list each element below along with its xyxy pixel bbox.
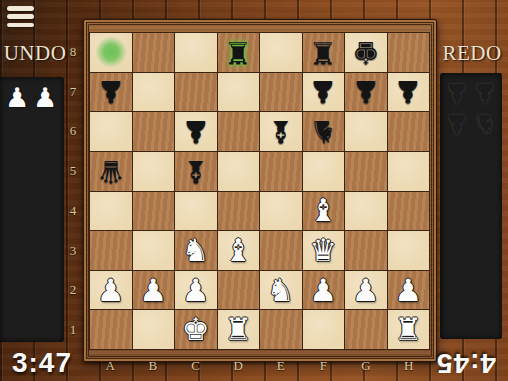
square-e6[interactable]: ♝ (260, 112, 302, 151)
square-g1[interactable] (345, 310, 387, 349)
square-a1[interactable] (90, 310, 132, 349)
square-h1[interactable]: ♜ (388, 310, 430, 349)
square-d4[interactable] (218, 192, 260, 231)
square-b2[interactable]: ♟ (133, 271, 175, 310)
piece-white-pawn-h2[interactable]: ♟ (394, 275, 422, 306)
square-d5[interactable] (218, 152, 260, 191)
square-g4[interactable] (345, 192, 387, 231)
rank-label-6: 6 (64, 112, 82, 152)
square-g7[interactable]: ♟ (345, 73, 387, 112)
square-b5[interactable] (133, 152, 175, 191)
piece-white-knight-c3[interactable]: ♞ (182, 235, 210, 266)
rank-label-4: 4 (64, 191, 82, 231)
rank-labels: 87654321 (64, 32, 82, 350)
piece-white-rook-h1[interactable]: ♜ (394, 314, 422, 345)
square-f8[interactable]: ♜ (303, 33, 345, 72)
piece-black-pawn-a7[interactable]: ♟ (97, 76, 125, 107)
redo-button[interactable]: REDO (437, 41, 507, 66)
square-h2[interactable]: ♟ (388, 271, 430, 310)
hamburger-bar (7, 23, 34, 28)
captured-white-pawn: ♟ (31, 82, 59, 113)
captured-black-knight: ♞ (471, 109, 499, 140)
chess-app-screen: UNDO REDO ♟♟ ♟♟♟♞ ♜♜♚♟♟♟♟♟♝♞♛♝♝♞♝♛♟♟♟♞♟♟… (0, 0, 508, 381)
piece-white-bishop-d3[interactable]: ♝ (224, 235, 252, 266)
square-e4[interactable] (260, 192, 302, 231)
square-b3[interactable] (133, 231, 175, 270)
square-b8[interactable] (133, 33, 175, 72)
square-d3[interactable]: ♝ (218, 231, 260, 270)
piece-white-king-c1[interactable]: ♚ (182, 314, 210, 345)
square-b4[interactable] (133, 192, 175, 231)
file-label-d: D (217, 356, 260, 376)
square-e7[interactable] (260, 73, 302, 112)
rank-label-5: 5 (64, 151, 82, 191)
piece-white-bishop-f4[interactable]: ♝ (309, 195, 337, 226)
file-label-a: A (89, 356, 132, 376)
square-d7[interactable] (218, 73, 260, 112)
rank-label-2: 2 (64, 271, 82, 311)
black-clock: 4:45 (426, 347, 506, 379)
white-clock: 3:47 (2, 347, 82, 379)
piece-black-knight-f6[interactable]: ♞ (309, 116, 337, 147)
piece-black-pawn-h7[interactable]: ♟ (394, 76, 422, 107)
square-h5[interactable] (388, 152, 430, 191)
square-a8[interactable] (90, 33, 132, 72)
square-c3[interactable]: ♞ (175, 231, 217, 270)
square-b6[interactable] (133, 112, 175, 151)
piece-white-pawn-b2[interactable]: ♟ (139, 275, 167, 306)
captured-black-pawn: ♟ (443, 109, 471, 140)
square-h8[interactable] (388, 33, 430, 72)
square-f2[interactable]: ♟ (303, 271, 345, 310)
square-g5[interactable] (345, 152, 387, 191)
square-g3[interactable] (345, 231, 387, 270)
square-f5[interactable] (303, 152, 345, 191)
file-label-c: C (174, 356, 217, 376)
piece-black-queen-a5[interactable]: ♛ (97, 156, 125, 187)
undo-button[interactable]: UNDO (0, 41, 70, 66)
hamburger-bar (7, 6, 34, 11)
square-e5[interactable] (260, 152, 302, 191)
square-a5[interactable]: ♛ (90, 152, 132, 191)
piece-black-bishop-c5[interactable]: ♝ (182, 156, 210, 187)
piece-white-rook-d1[interactable]: ♜ (224, 314, 252, 345)
square-b1[interactable] (133, 310, 175, 349)
square-f3[interactable]: ♛ (303, 231, 345, 270)
piece-black-pawn-c6[interactable]: ♟ (182, 116, 210, 147)
piece-white-pawn-a2[interactable]: ♟ (97, 275, 125, 306)
square-h3[interactable] (388, 231, 430, 270)
captured-white-pawn: ♟ (3, 82, 31, 113)
file-label-f: F (302, 356, 345, 376)
piece-black-bishop-e6[interactable]: ♝ (267, 116, 295, 147)
file-label-g: G (345, 356, 388, 376)
square-a3[interactable] (90, 231, 132, 270)
square-f4[interactable]: ♝ (303, 192, 345, 231)
square-f7[interactable]: ♟ (303, 73, 345, 112)
square-f1[interactable] (303, 310, 345, 349)
file-labels: ABCDEFGH (89, 356, 430, 376)
captured-pieces-tray-white: ♟♟ (0, 77, 64, 342)
square-c8[interactable] (175, 33, 217, 72)
rank-label-1: 1 (64, 310, 82, 350)
square-d8[interactable]: ♜ (218, 33, 260, 72)
square-h4[interactable] (388, 192, 430, 231)
square-a6[interactable] (90, 112, 132, 151)
piece-white-pawn-f2[interactable]: ♟ (309, 275, 337, 306)
piece-white-pawn-c2[interactable]: ♟ (182, 275, 210, 306)
square-b7[interactable] (133, 73, 175, 112)
piece-white-queen-f3[interactable]: ♛ (309, 235, 337, 266)
square-e8[interactable] (260, 33, 302, 72)
piece-white-knight-e2[interactable]: ♞ (267, 275, 295, 306)
square-c2[interactable]: ♟ (175, 271, 217, 310)
piece-black-rook-f8[interactable]: ♜ (309, 37, 337, 68)
captured-black-pawn: ♟ (471, 78, 499, 109)
square-e2[interactable]: ♞ (260, 271, 302, 310)
piece-black-rook-d8[interactable]: ♜ (224, 37, 252, 68)
last-move-origin-highlight (95, 36, 127, 68)
square-f6[interactable]: ♞ (303, 112, 345, 151)
square-c5[interactable]: ♝ (175, 152, 217, 191)
file-label-e: E (260, 356, 303, 376)
board-grid: ♜♜♚♟♟♟♟♟♝♞♛♝♝♞♝♛♟♟♟♞♟♟♟♚♜♜ (89, 32, 430, 350)
square-c7[interactable] (175, 73, 217, 112)
square-h6[interactable] (388, 112, 430, 151)
square-e1[interactable] (260, 310, 302, 349)
square-h7[interactable]: ♟ (388, 73, 430, 112)
piece-black-pawn-f7[interactable]: ♟ (309, 76, 337, 107)
piece-black-pawn-g7[interactable]: ♟ (352, 76, 380, 107)
captured-pieces-tray-black: ♟♟♟♞ (440, 73, 502, 339)
piece-white-pawn-g2[interactable]: ♟ (352, 275, 380, 306)
file-label-h: H (387, 356, 430, 376)
square-d2[interactable] (218, 271, 260, 310)
square-a4[interactable] (90, 192, 132, 231)
square-d1[interactable]: ♜ (218, 310, 260, 349)
piece-black-king-g8[interactable]: ♚ (352, 37, 380, 68)
square-g2[interactable]: ♟ (345, 271, 387, 310)
square-d6[interactable] (218, 112, 260, 151)
hamburger-menu-icon[interactable] (7, 6, 34, 27)
rank-label-3: 3 (64, 231, 82, 271)
square-g6[interactable] (345, 112, 387, 151)
square-c4[interactable] (175, 192, 217, 231)
square-g8[interactable]: ♚ (345, 33, 387, 72)
square-c1[interactable]: ♚ (175, 310, 217, 349)
rank-label-7: 7 (64, 72, 82, 112)
rank-label-8: 8 (64, 32, 82, 72)
square-a2[interactable]: ♟ (90, 271, 132, 310)
file-label-b: B (132, 356, 175, 376)
hamburger-bar (7, 14, 34, 19)
square-a7[interactable]: ♟ (90, 73, 132, 112)
square-c6[interactable]: ♟ (175, 112, 217, 151)
square-e3[interactable] (260, 231, 302, 270)
captured-black-pawn: ♟ (443, 78, 471, 109)
